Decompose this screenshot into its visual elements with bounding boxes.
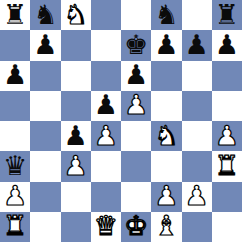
square-d8[interactable] (91, 0, 121, 30)
square-d7[interactable] (91, 30, 121, 60)
square-g3[interactable] (182, 151, 212, 181)
black-knight: ♞ (154, 1, 178, 28)
square-h4[interactable]: ♟ (212, 121, 242, 151)
square-c8[interactable]: ♞ (61, 0, 91, 30)
square-f4[interactable]: ♞ (151, 121, 181, 151)
square-d2[interactable] (91, 182, 121, 212)
black-rook: ♜ (215, 1, 239, 28)
square-f8[interactable]: ♞ (151, 0, 181, 30)
square-h3[interactable]: ♜ (212, 151, 242, 181)
square-e7[interactable]: ♚ (121, 30, 151, 60)
square-b7[interactable]: ♟ (30, 30, 60, 60)
square-c7[interactable] (61, 30, 91, 60)
square-c1[interactable] (61, 212, 91, 242)
black-knight: ♞ (33, 1, 57, 28)
black-pawn: ♟ (154, 31, 178, 58)
square-a2[interactable]: ♟ (0, 182, 30, 212)
square-e6[interactable]: ♟ (121, 61, 151, 91)
square-f5[interactable] (151, 91, 181, 121)
black-queen: ♛ (3, 152, 27, 179)
white-pawn: ♟ (64, 152, 88, 179)
square-g6[interactable] (182, 61, 212, 91)
square-c2[interactable] (61, 182, 91, 212)
square-e2[interactable] (121, 182, 151, 212)
square-d4[interactable]: ♟ (91, 121, 121, 151)
black-king: ♚ (124, 31, 148, 58)
square-e4[interactable] (121, 121, 151, 151)
square-a4[interactable] (0, 121, 30, 151)
white-rook: ♜ (215, 152, 239, 179)
square-b1[interactable] (30, 212, 60, 242)
square-b8[interactable]: ♞ (30, 0, 60, 30)
square-e3[interactable] (121, 151, 151, 181)
square-h2[interactable] (212, 182, 242, 212)
black-rook: ♜ (3, 1, 27, 28)
square-f6[interactable] (151, 61, 181, 91)
square-c4[interactable]: ♟ (61, 121, 91, 151)
square-g1[interactable] (182, 212, 212, 242)
square-e8[interactable] (121, 0, 151, 30)
black-pawn: ♟ (215, 31, 239, 58)
white-bishop: ♝ (154, 212, 178, 239)
white-rook: ♜ (3, 212, 27, 239)
white-knight: ♞ (64, 1, 88, 28)
square-b2[interactable] (30, 182, 60, 212)
white-queen: ♛ (94, 212, 118, 239)
square-b4[interactable] (30, 121, 60, 151)
square-f3[interactable] (151, 151, 181, 181)
black-pawn: ♟ (94, 91, 118, 118)
square-h6[interactable] (212, 61, 242, 91)
square-d3[interactable] (91, 151, 121, 181)
square-f2[interactable]: ♟ (151, 182, 181, 212)
white-pawn: ♟ (94, 122, 118, 149)
square-f7[interactable]: ♟ (151, 30, 181, 60)
square-d1[interactable]: ♛ (91, 212, 121, 242)
square-e5[interactable]: ♟ (121, 91, 151, 121)
square-a3[interactable]: ♛ (0, 151, 30, 181)
square-c3[interactable]: ♟ (61, 151, 91, 181)
white-pawn: ♟ (3, 182, 27, 209)
white-knight: ♞ (154, 122, 178, 149)
square-g4[interactable] (182, 121, 212, 151)
square-h5[interactable] (212, 91, 242, 121)
square-a8[interactable]: ♜ (0, 0, 30, 30)
square-f1[interactable]: ♝ (151, 212, 181, 242)
square-g8[interactable] (182, 0, 212, 30)
square-c6[interactable] (61, 61, 91, 91)
square-e1[interactable]: ♚ (121, 212, 151, 242)
square-a5[interactable] (0, 91, 30, 121)
black-pawn: ♟ (185, 31, 209, 58)
square-a1[interactable]: ♜ (0, 212, 30, 242)
white-pawn: ♟ (215, 122, 239, 149)
white-king: ♚ (124, 212, 148, 239)
black-pawn: ♟ (64, 122, 88, 149)
white-pawn: ♟ (154, 182, 178, 209)
square-g2[interactable]: ♟ (182, 182, 212, 212)
square-a6[interactable]: ♟ (0, 61, 30, 91)
square-h8[interactable]: ♜ (212, 0, 242, 30)
square-b6[interactable] (30, 61, 60, 91)
square-h7[interactable]: ♟ (212, 30, 242, 60)
square-c5[interactable] (61, 91, 91, 121)
black-pawn: ♟ (33, 31, 57, 58)
chess-board: ♜♞♞♞♜♟♚♟♟♟♟♟♟♟♟♟♞♟♛♟♜♟♟♟♜♛♚♝ (0, 0, 242, 242)
white-pawn: ♟ (185, 182, 209, 209)
square-a7[interactable] (0, 30, 30, 60)
black-pawn: ♟ (3, 61, 27, 88)
square-b3[interactable] (30, 151, 60, 181)
square-g7[interactable]: ♟ (182, 30, 212, 60)
square-d6[interactable] (91, 61, 121, 91)
black-pawn: ♟ (124, 61, 148, 88)
square-h1[interactable] (212, 212, 242, 242)
white-pawn: ♟ (124, 91, 148, 118)
square-g5[interactable] (182, 91, 212, 121)
square-d5[interactable]: ♟ (91, 91, 121, 121)
square-b5[interactable] (30, 91, 60, 121)
